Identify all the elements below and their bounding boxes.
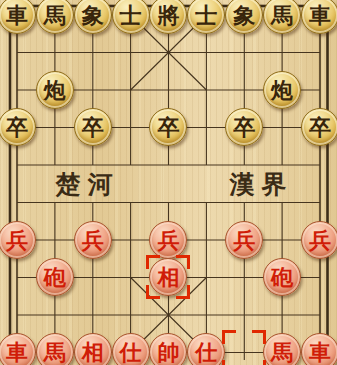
piece-red-chariot[interactable]: 車 — [0, 333, 36, 365]
piece-black-cannon[interactable]: 炮 — [36, 71, 74, 109]
piece-black-soldier[interactable]: 卒 — [149, 108, 187, 146]
piece-black-chariot[interactable]: 車 — [301, 0, 337, 34]
piece-red-horse[interactable]: 馬 — [36, 333, 74, 365]
piece-red-soldier[interactable]: 兵 — [149, 221, 187, 259]
piece-black-soldier[interactable]: 卒 — [301, 108, 337, 146]
piece-red-elephant[interactable]: 相 — [149, 258, 187, 296]
piece-black-soldier[interactable]: 卒 — [225, 108, 263, 146]
piece-black-advisor[interactable]: 士 — [112, 0, 150, 34]
marker-corner-bl — [222, 360, 236, 365]
piece-black-cannon[interactable]: 炮 — [263, 71, 301, 109]
move-origin-marker — [222, 330, 266, 365]
piece-red-soldier[interactable]: 兵 — [74, 221, 112, 259]
piece-red-soldier[interactable]: 兵 — [0, 221, 36, 259]
marker-corner-tl — [222, 330, 236, 344]
piece-red-horse[interactable]: 馬 — [263, 333, 301, 365]
piece-black-horse[interactable]: 馬 — [36, 0, 74, 34]
piece-red-soldier[interactable]: 兵 — [225, 221, 263, 259]
piece-black-advisor[interactable]: 士 — [187, 0, 225, 34]
piece-red-advisor[interactable]: 仕 — [187, 333, 225, 365]
piece-black-elephant[interactable]: 象 — [74, 0, 112, 34]
marker-corner-tr — [252, 330, 266, 344]
piece-black-general[interactable]: 將 — [149, 0, 187, 34]
xiangqi-board: 楚河 漢界 車馬象士將士象馬車炮炮卒卒卒卒卒兵兵兵兵兵砲相砲車馬相仕帥仕馬車 — [0, 0, 337, 365]
piece-red-cannon[interactable]: 砲 — [36, 258, 74, 296]
piece-black-chariot[interactable]: 車 — [0, 0, 36, 34]
piece-red-general[interactable]: 帥 — [149, 333, 187, 365]
piece-black-soldier[interactable]: 卒 — [0, 108, 36, 146]
piece-red-soldier[interactable]: 兵 — [301, 221, 337, 259]
board-intersections[interactable]: 車馬象士將士象馬車炮炮卒卒卒卒卒兵兵兵兵兵砲相砲車馬相仕帥仕馬車 — [0, 0, 337, 365]
marker-corner-br — [252, 360, 266, 365]
piece-red-elephant[interactable]: 相 — [74, 333, 112, 365]
piece-red-advisor[interactable]: 仕 — [112, 333, 150, 365]
piece-black-horse[interactable]: 馬 — [263, 0, 301, 34]
piece-red-chariot[interactable]: 車 — [301, 333, 337, 365]
piece-black-elephant[interactable]: 象 — [225, 0, 263, 34]
piece-red-cannon[interactable]: 砲 — [263, 258, 301, 296]
piece-black-soldier[interactable]: 卒 — [74, 108, 112, 146]
